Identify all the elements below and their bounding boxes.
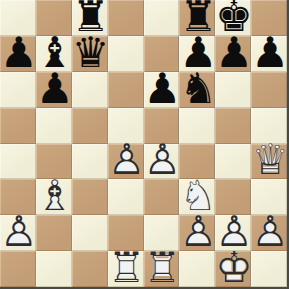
square-g5[interactable] — [215, 108, 251, 144]
square-e4[interactable]: ♟♙ — [144, 144, 180, 180]
square-h6[interactable] — [251, 72, 287, 108]
white-bishop-outline-glyph: ♗ — [36, 175, 72, 217]
piece-white-rook[interactable]: ♜♖ — [144, 251, 180, 287]
square-a4[interactable] — [0, 144, 36, 180]
white-pawn-outline-glyph: ♙ — [108, 139, 144, 181]
white-pawn-outline-glyph: ♙ — [179, 211, 215, 253]
square-c7[interactable]: ♛ — [72, 36, 108, 72]
white-queen-outline-glyph: ♕ — [251, 139, 287, 181]
piece-black-knight[interactable]: ♞ — [179, 72, 215, 108]
square-c1[interactable] — [72, 251, 108, 287]
white-king-outline-glyph: ♔ — [215, 247, 251, 289]
white-pawn-outline-glyph: ♙ — [144, 139, 180, 181]
square-b2[interactable] — [36, 215, 72, 251]
piece-black-pawn[interactable]: ♟ — [36, 72, 72, 108]
square-g7[interactable]: ♟ — [215, 36, 251, 72]
square-a6[interactable] — [0, 72, 36, 108]
square-b6[interactable]: ♟ — [36, 72, 72, 108]
square-d8[interactable] — [108, 0, 144, 36]
chess-board: ♜♜♚♟♝♛♟♟♟♟♟♞♟♙♟♙♛♕♝♗♞♘♟♙♟♙♟♙♟♙♜♖♜♖♚♔ — [0, 0, 287, 287]
square-g4[interactable] — [215, 144, 251, 180]
white-pawn-outline-glyph: ♙ — [0, 211, 36, 253]
square-f1[interactable] — [179, 251, 215, 287]
piece-black-pawn[interactable]: ♟ — [251, 36, 287, 72]
square-b3[interactable]: ♝♗ — [36, 179, 72, 215]
square-d4[interactable]: ♟♙ — [108, 144, 144, 180]
square-g6[interactable] — [215, 72, 251, 108]
square-b5[interactable] — [36, 108, 72, 144]
piece-white-pawn[interactable]: ♟♙ — [144, 144, 180, 180]
piece-white-bishop[interactable]: ♝♗ — [36, 179, 72, 215]
square-a1[interactable] — [0, 251, 36, 287]
square-e8[interactable] — [144, 0, 180, 36]
square-d3[interactable] — [108, 179, 144, 215]
square-h2[interactable]: ♟♙ — [251, 215, 287, 251]
piece-black-queen[interactable]: ♛ — [72, 36, 108, 72]
square-a2[interactable]: ♟♙ — [0, 215, 36, 251]
square-d1[interactable]: ♜♖ — [108, 251, 144, 287]
piece-white-pawn[interactable]: ♟♙ — [0, 215, 36, 251]
piece-black-pawn[interactable]: ♟ — [0, 36, 36, 72]
square-b1[interactable] — [36, 251, 72, 287]
white-rook-outline-glyph: ♖ — [108, 247, 144, 289]
square-f5[interactable] — [179, 108, 215, 144]
piece-black-pawn[interactable]: ♟ — [144, 72, 180, 108]
white-rook-outline-glyph: ♖ — [144, 247, 180, 289]
square-h7[interactable]: ♟ — [251, 36, 287, 72]
square-a7[interactable]: ♟ — [0, 36, 36, 72]
square-f2[interactable]: ♟♙ — [179, 215, 215, 251]
square-c5[interactable] — [72, 108, 108, 144]
square-c3[interactable] — [72, 179, 108, 215]
piece-white-queen[interactable]: ♛♕ — [251, 144, 287, 180]
square-h4[interactable]: ♛♕ — [251, 144, 287, 180]
black-knight-glyph: ♞ — [179, 68, 215, 110]
chess-board-frame: ♜♜♚♟♝♛♟♟♟♟♟♞♟♙♟♙♛♕♝♗♞♘♟♙♟♙♟♙♟♙♜♖♜♖♚♔ — [0, 0, 289, 289]
square-d7[interactable] — [108, 36, 144, 72]
square-c2[interactable] — [72, 215, 108, 251]
square-c6[interactable] — [72, 72, 108, 108]
black-pawn-glyph: ♟ — [36, 68, 72, 110]
square-f6[interactable]: ♞ — [179, 72, 215, 108]
black-pawn-glyph: ♟ — [215, 32, 251, 74]
piece-white-pawn[interactable]: ♟♙ — [179, 215, 215, 251]
square-e3[interactable] — [144, 179, 180, 215]
piece-black-pawn[interactable]: ♟ — [215, 36, 251, 72]
square-e6[interactable]: ♟ — [144, 72, 180, 108]
piece-white-king[interactable]: ♚♔ — [215, 251, 251, 287]
square-a5[interactable] — [0, 108, 36, 144]
black-pawn-glyph: ♟ — [0, 32, 36, 74]
black-pawn-glyph: ♟ — [144, 68, 180, 110]
square-c4[interactable] — [72, 144, 108, 180]
piece-white-pawn[interactable]: ♟♙ — [251, 215, 287, 251]
black-pawn-glyph: ♟ — [251, 32, 287, 74]
black-queen-glyph: ♛ — [72, 32, 108, 74]
square-h1[interactable] — [251, 251, 287, 287]
piece-white-rook[interactable]: ♜♖ — [108, 251, 144, 287]
square-e1[interactable]: ♜♖ — [144, 251, 180, 287]
white-pawn-outline-glyph: ♙ — [251, 211, 287, 253]
square-d6[interactable] — [108, 72, 144, 108]
piece-white-pawn[interactable]: ♟♙ — [108, 144, 144, 180]
square-g1[interactable]: ♚♔ — [215, 251, 251, 287]
